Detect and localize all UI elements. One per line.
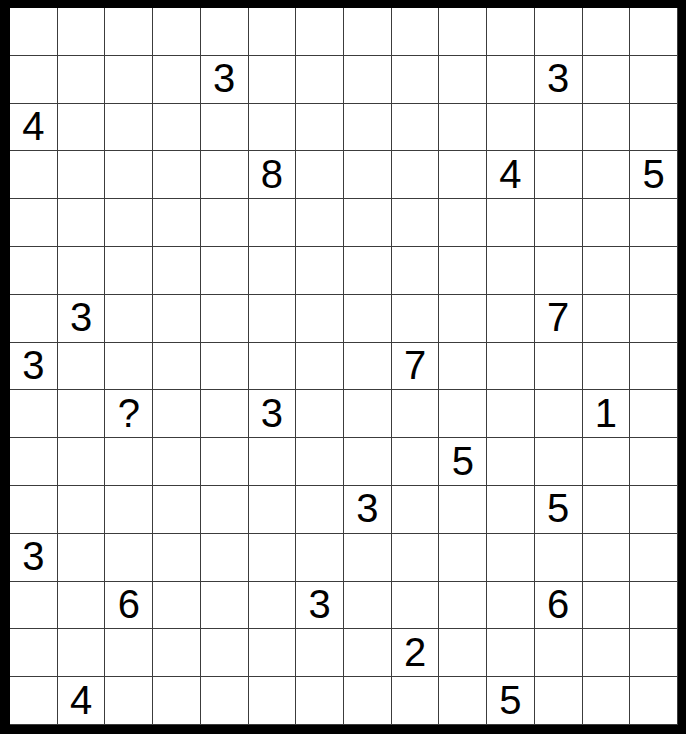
- cell-r14c7[interactable]: [296, 629, 344, 677]
- cell-r2c1[interactable]: [10, 56, 58, 104]
- cell-r7c5[interactable]: [201, 295, 249, 343]
- cell-r3c10[interactable]: [439, 104, 487, 152]
- cell-r14c5[interactable]: [201, 629, 249, 677]
- cell-r4c4[interactable]: [153, 151, 201, 199]
- cell-r14c14[interactable]: [630, 629, 678, 677]
- cell-r6c6[interactable]: [249, 247, 297, 295]
- cell-r1c9[interactable]: [392, 8, 440, 56]
- clue-number: 3: [22, 345, 44, 385]
- cell-r14c1[interactable]: [10, 629, 58, 677]
- cell-r13c11[interactable]: [487, 582, 535, 630]
- cell-r2c14[interactable]: [630, 56, 678, 104]
- clue-number: 8: [261, 154, 283, 194]
- clue-number: 7: [547, 297, 569, 337]
- cell-r11c11[interactable]: [487, 486, 535, 534]
- cell-r5c5[interactable]: [201, 199, 249, 247]
- cell-r15c12[interactable]: [535, 677, 583, 725]
- cell-r1c7[interactable]: [296, 8, 344, 56]
- cell-r12c12[interactable]: [535, 534, 583, 582]
- cell-r13c5[interactable]: [201, 582, 249, 630]
- cell-r6c14[interactable]: [630, 247, 678, 295]
- cell-r11c1[interactable]: [10, 486, 58, 534]
- cell-r11c6[interactable]: [249, 486, 297, 534]
- clue-number: 5: [643, 154, 665, 194]
- cell-r15c14[interactable]: [630, 677, 678, 725]
- cell-r3c8[interactable]: [344, 104, 392, 152]
- cell-r5c1[interactable]: [10, 199, 58, 247]
- cell-r8c10[interactable]: [439, 343, 487, 391]
- cell-r10c3[interactable]: [105, 438, 153, 486]
- cell-r12c13[interactable]: [583, 534, 631, 582]
- clue-number: 5: [499, 680, 521, 720]
- cell-r13c7[interactable]: 3: [296, 582, 344, 630]
- cell-r2c3[interactable]: [105, 56, 153, 104]
- cell-r13c1[interactable]: [10, 582, 58, 630]
- cell-r5c3[interactable]: [105, 199, 153, 247]
- cell-r15c6[interactable]: [249, 677, 297, 725]
- cell-r11c9[interactable]: [392, 486, 440, 534]
- cell-r7c13[interactable]: [583, 295, 631, 343]
- cell-r7c8[interactable]: [344, 295, 392, 343]
- cell-r5c6[interactable]: [249, 199, 297, 247]
- cell-r14c12[interactable]: [535, 629, 583, 677]
- cell-r7c3[interactable]: [105, 295, 153, 343]
- cell-r14c9[interactable]: 2: [392, 629, 440, 677]
- puzzle-screenshot: 3348453737?315353636245: [0, 0, 686, 734]
- cell-r6c9[interactable]: [392, 247, 440, 295]
- cell-r1c12[interactable]: [535, 8, 583, 56]
- unknown-cell-mark: ?: [118, 393, 140, 433]
- cell-r1c3[interactable]: [105, 8, 153, 56]
- clue-number: 6: [547, 584, 569, 624]
- cell-r3c4[interactable]: [153, 104, 201, 152]
- cell-r2c5[interactable]: 3: [201, 56, 249, 104]
- cell-r13c10[interactable]: [439, 582, 487, 630]
- cell-r7c4[interactable]: [153, 295, 201, 343]
- cell-r15c1[interactable]: [10, 677, 58, 725]
- cell-r9c6[interactable]: 3: [249, 390, 297, 438]
- cell-r2c9[interactable]: [392, 56, 440, 104]
- cell-r4c7[interactable]: [296, 151, 344, 199]
- clue-number: 2: [404, 632, 426, 672]
- clue-number: 1: [595, 393, 617, 433]
- cell-r5c8[interactable]: [344, 199, 392, 247]
- cell-r9c9[interactable]: [392, 390, 440, 438]
- clue-number: 3: [309, 584, 331, 624]
- cell-r12c2[interactable]: [58, 534, 106, 582]
- cell-r6c12[interactable]: [535, 247, 583, 295]
- cell-r4c12[interactable]: [535, 151, 583, 199]
- cell-r15c11[interactable]: 5: [487, 677, 535, 725]
- cell-r12c9[interactable]: [392, 534, 440, 582]
- cell-r8c9[interactable]: 7: [392, 343, 440, 391]
- cell-r13c3[interactable]: 6: [105, 582, 153, 630]
- cell-r13c9[interactable]: [392, 582, 440, 630]
- cell-r3c5[interactable]: [201, 104, 249, 152]
- cell-r9c10[interactable]: [439, 390, 487, 438]
- cell-r6c13[interactable]: [583, 247, 631, 295]
- cell-r10c4[interactable]: [153, 438, 201, 486]
- cell-r1c2[interactable]: [58, 8, 106, 56]
- cell-r15c7[interactable]: [296, 677, 344, 725]
- cell-r14c10[interactable]: [439, 629, 487, 677]
- cell-r7c12[interactable]: 7: [535, 295, 583, 343]
- cell-r15c3[interactable]: [105, 677, 153, 725]
- cell-r3c3[interactable]: [105, 104, 153, 152]
- cell-r13c12[interactable]: 6: [535, 582, 583, 630]
- cell-r5c11[interactable]: [487, 199, 535, 247]
- cell-r4c5[interactable]: [201, 151, 249, 199]
- cell-r2c11[interactable]: [487, 56, 535, 104]
- cell-r4c3[interactable]: [105, 151, 153, 199]
- cell-r15c5[interactable]: [201, 677, 249, 725]
- cell-r14c6[interactable]: [249, 629, 297, 677]
- cell-r13c8[interactable]: [344, 582, 392, 630]
- cell-r2c12[interactable]: 3: [535, 56, 583, 104]
- cell-r14c8[interactable]: [344, 629, 392, 677]
- cell-r1c14[interactable]: [630, 8, 678, 56]
- cell-r11c13[interactable]: [583, 486, 631, 534]
- cell-r5c14[interactable]: [630, 199, 678, 247]
- cell-r10c11[interactable]: [487, 438, 535, 486]
- cell-r3c7[interactable]: [296, 104, 344, 152]
- cell-r10c1[interactable]: [10, 438, 58, 486]
- cell-r4c8[interactable]: [344, 151, 392, 199]
- cell-r3c12[interactable]: [535, 104, 583, 152]
- clue-number: 3: [547, 58, 569, 98]
- cell-r1c6[interactable]: [249, 8, 297, 56]
- cell-r4c2[interactable]: [58, 151, 106, 199]
- cell-r2c2[interactable]: [58, 56, 106, 104]
- cell-r9c13[interactable]: 1: [583, 390, 631, 438]
- cell-r10c13[interactable]: [583, 438, 631, 486]
- cell-r11c7[interactable]: [296, 486, 344, 534]
- cell-r10c8[interactable]: [344, 438, 392, 486]
- cell-r12c4[interactable]: [153, 534, 201, 582]
- cell-r4c9[interactable]: [392, 151, 440, 199]
- cell-r3c2[interactable]: [58, 104, 106, 152]
- clue-number: 3: [356, 488, 378, 528]
- clue-number: 4: [70, 680, 92, 720]
- cell-r1c1[interactable]: [10, 8, 58, 56]
- cell-r7c7[interactable]: [296, 295, 344, 343]
- cell-r15c9[interactable]: [392, 677, 440, 725]
- cell-r12c8[interactable]: [344, 534, 392, 582]
- cell-r1c13[interactable]: [583, 8, 631, 56]
- cell-r5c4[interactable]: [153, 199, 201, 247]
- cell-r7c6[interactable]: [249, 295, 297, 343]
- cell-r14c3[interactable]: [105, 629, 153, 677]
- cell-r1c5[interactable]: [201, 8, 249, 56]
- cell-r3c1[interactable]: 4: [10, 104, 58, 152]
- cell-r4c13[interactable]: [583, 151, 631, 199]
- cell-r9c12[interactable]: [535, 390, 583, 438]
- cell-r4c1[interactable]: [10, 151, 58, 199]
- cell-r12c6[interactable]: [249, 534, 297, 582]
- cell-r2c7[interactable]: [296, 56, 344, 104]
- clue-number: 3: [22, 536, 44, 576]
- clue-number: 6: [118, 584, 140, 624]
- clue-number: 5: [547, 488, 569, 528]
- cell-r9c8[interactable]: [344, 390, 392, 438]
- cell-r2c10[interactable]: [439, 56, 487, 104]
- cell-r8c7[interactable]: [296, 343, 344, 391]
- clue-number: 4: [22, 106, 44, 146]
- cell-r10c14[interactable]: [630, 438, 678, 486]
- cell-r7c14[interactable]: [630, 295, 678, 343]
- cell-r9c5[interactable]: [201, 390, 249, 438]
- cell-r6c4[interactable]: [153, 247, 201, 295]
- cell-r10c9[interactable]: [392, 438, 440, 486]
- cell-r5c7[interactable]: [296, 199, 344, 247]
- cell-r11c5[interactable]: [201, 486, 249, 534]
- cell-r8c1[interactable]: 3: [10, 343, 58, 391]
- cell-r5c10[interactable]: [439, 199, 487, 247]
- cell-r2c4[interactable]: [153, 56, 201, 104]
- cell-r5c12[interactable]: [535, 199, 583, 247]
- clue-number: 3: [70, 297, 92, 337]
- cell-r10c6[interactable]: [249, 438, 297, 486]
- cell-r12c14[interactable]: [630, 534, 678, 582]
- cell-r11c14[interactable]: [630, 486, 678, 534]
- cell-r6c3[interactable]: [105, 247, 153, 295]
- cell-r2c6[interactable]: [249, 56, 297, 104]
- cell-r10c7[interactable]: [296, 438, 344, 486]
- cell-r14c4[interactable]: [153, 629, 201, 677]
- clue-number: 3: [261, 393, 283, 433]
- cell-r5c9[interactable]: [392, 199, 440, 247]
- cell-r12c11[interactable]: [487, 534, 535, 582]
- cell-r2c13[interactable]: [583, 56, 631, 104]
- cell-r7c10[interactable]: [439, 295, 487, 343]
- cell-r6c2[interactable]: [58, 247, 106, 295]
- cell-r10c5[interactable]: [201, 438, 249, 486]
- cell-r13c6[interactable]: [249, 582, 297, 630]
- cell-r8c12[interactable]: [535, 343, 583, 391]
- cell-r10c2[interactable]: [58, 438, 106, 486]
- cell-r15c4[interactable]: [153, 677, 201, 725]
- clue-number: 3: [213, 58, 235, 98]
- clue-number: 5: [452, 441, 474, 481]
- cell-r8c14[interactable]: [630, 343, 678, 391]
- cell-r3c6[interactable]: [249, 104, 297, 152]
- cell-r6c11[interactable]: [487, 247, 535, 295]
- clue-number: 7: [404, 345, 426, 385]
- cell-r11c3[interactable]: [105, 486, 153, 534]
- cell-r11c8[interactable]: 3: [344, 486, 392, 534]
- cell-r8c2[interactable]: [58, 343, 106, 391]
- cell-r8c8[interactable]: [344, 343, 392, 391]
- cell-r15c13[interactable]: [583, 677, 631, 725]
- cell-r6c8[interactable]: [344, 247, 392, 295]
- cell-r13c4[interactable]: [153, 582, 201, 630]
- cell-r4c11[interactable]: 4: [487, 151, 535, 199]
- cell-r10c10[interactable]: 5: [439, 438, 487, 486]
- cell-r5c13[interactable]: [583, 199, 631, 247]
- cell-r12c7[interactable]: [296, 534, 344, 582]
- cell-r12c1[interactable]: 3: [10, 534, 58, 582]
- cell-r12c10[interactable]: [439, 534, 487, 582]
- cell-r7c2[interactable]: 3: [58, 295, 106, 343]
- cell-r6c5[interactable]: [201, 247, 249, 295]
- cell-r3c11[interactable]: [487, 104, 535, 152]
- cell-r14c13[interactable]: [583, 629, 631, 677]
- cell-r15c10[interactable]: [439, 677, 487, 725]
- cell-r1c4[interactable]: [153, 8, 201, 56]
- cell-r15c2[interactable]: 4: [58, 677, 106, 725]
- cell-r13c2[interactable]: [58, 582, 106, 630]
- clue-number: 4: [499, 154, 521, 194]
- cell-r4c10[interactable]: [439, 151, 487, 199]
- cell-r5c2[interactable]: [58, 199, 106, 247]
- cell-r9c14[interactable]: [630, 390, 678, 438]
- cell-r2c8[interactable]: [344, 56, 392, 104]
- cell-r11c2[interactable]: [58, 486, 106, 534]
- cell-r8c5[interactable]: [201, 343, 249, 391]
- cell-r15c8[interactable]: [344, 677, 392, 725]
- cell-r13c14[interactable]: [630, 582, 678, 630]
- puzzle-board: 3348453737?315353636245: [10, 8, 678, 725]
- cell-r7c9[interactable]: [392, 295, 440, 343]
- cell-r9c11[interactable]: [487, 390, 535, 438]
- cell-r4c6[interactable]: 8: [249, 151, 297, 199]
- cell-r9c3[interactable]: ?: [105, 390, 153, 438]
- cell-r3c13[interactable]: [583, 104, 631, 152]
- cell-r1c10[interactable]: [439, 8, 487, 56]
- cell-r8c13[interactable]: [583, 343, 631, 391]
- cell-r10c12[interactable]: [535, 438, 583, 486]
- cell-r6c7[interactable]: [296, 247, 344, 295]
- cell-r7c11[interactable]: [487, 295, 535, 343]
- cell-r1c11[interactable]: [487, 8, 535, 56]
- cell-r12c3[interactable]: [105, 534, 153, 582]
- cell-r8c4[interactable]: [153, 343, 201, 391]
- cell-r9c1[interactable]: [10, 390, 58, 438]
- cell-r3c9[interactable]: [392, 104, 440, 152]
- cell-r4c14[interactable]: 5: [630, 151, 678, 199]
- cell-r9c7[interactable]: [296, 390, 344, 438]
- cell-r12c5[interactable]: [201, 534, 249, 582]
- cell-r3c14[interactable]: [630, 104, 678, 152]
- cell-r7c1[interactable]: [10, 295, 58, 343]
- cell-r8c11[interactable]: [487, 343, 535, 391]
- cell-r11c10[interactable]: [439, 486, 487, 534]
- cell-r9c4[interactable]: [153, 390, 201, 438]
- cell-r9c2[interactable]: [58, 390, 106, 438]
- cell-r8c3[interactable]: [105, 343, 153, 391]
- cell-r8c6[interactable]: [249, 343, 297, 391]
- cell-r14c2[interactable]: [58, 629, 106, 677]
- cell-r13c13[interactable]: [583, 582, 631, 630]
- cell-r14c11[interactable]: [487, 629, 535, 677]
- cell-r6c1[interactable]: [10, 247, 58, 295]
- cell-r11c4[interactable]: [153, 486, 201, 534]
- cell-r11c12[interactable]: 5: [535, 486, 583, 534]
- cell-r6c10[interactable]: [439, 247, 487, 295]
- cell-r1c8[interactable]: [344, 8, 392, 56]
